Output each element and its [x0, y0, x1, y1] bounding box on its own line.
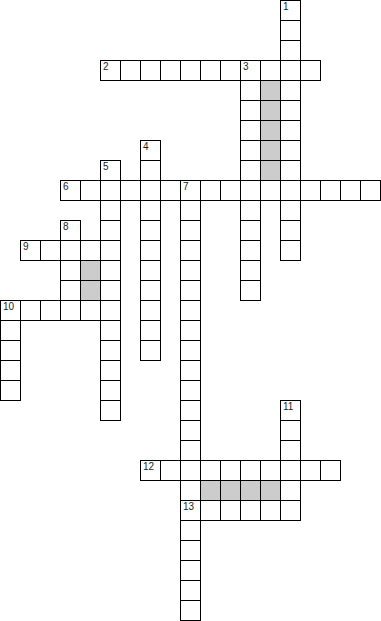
crossword-cell[interactable] — [280, 200, 301, 221]
crossword-cell[interactable] — [100, 180, 121, 201]
crossword-cell-highlighted[interactable] — [200, 480, 221, 501]
crossword-cell-highlighted[interactable] — [260, 120, 281, 141]
crossword-cell[interactable] — [180, 320, 201, 341]
crossword-cell[interactable] — [360, 180, 381, 201]
crossword-cell[interactable]: 7 — [180, 180, 201, 201]
crossword-cell[interactable] — [160, 180, 181, 201]
crossword-cell[interactable] — [120, 60, 141, 81]
crossword-cell[interactable] — [280, 460, 301, 481]
clue-number: 3 — [243, 61, 249, 72]
crossword-cell[interactable]: 3 — [240, 60, 261, 81]
crossword-cell[interactable] — [240, 160, 261, 181]
crossword-cell[interactable] — [100, 360, 121, 381]
crossword-cell[interactable]: 5 — [100, 160, 121, 181]
crossword-cell[interactable] — [60, 260, 81, 281]
crossword-cell[interactable] — [240, 200, 261, 221]
crossword-cell-highlighted[interactable] — [80, 280, 101, 301]
crossword-cell[interactable] — [240, 460, 261, 481]
clue-number: 1 — [283, 1, 289, 12]
crossword-cell[interactable] — [220, 60, 241, 81]
crossword-cell[interactable] — [340, 180, 361, 201]
crossword-cell[interactable] — [240, 120, 261, 141]
crossword-cell[interactable] — [20, 300, 41, 321]
crossword-cell[interactable] — [80, 300, 101, 321]
crossword-cell[interactable]: 10 — [0, 300, 21, 321]
crossword-cell[interactable] — [120, 180, 141, 201]
crossword-cell[interactable] — [240, 220, 261, 241]
crossword-cell[interactable] — [280, 480, 301, 501]
crossword-cell[interactable] — [240, 180, 261, 201]
clue-number: 11 — [283, 401, 293, 412]
crossword-cell[interactable] — [240, 280, 261, 301]
crossword-board: 12345678910111213 — [0, 0, 381, 621]
crossword-cell[interactable] — [200, 60, 221, 81]
crossword-cell[interactable] — [240, 80, 261, 101]
crossword-cell[interactable] — [280, 120, 301, 141]
crossword-cell[interactable] — [180, 360, 201, 381]
crossword-cell[interactable] — [140, 340, 161, 361]
crossword-cell[interactable] — [140, 300, 161, 321]
crossword-cell[interactable] — [60, 280, 81, 301]
crossword-cell[interactable] — [160, 60, 181, 81]
crossword-cell[interactable] — [320, 180, 341, 201]
crossword-cell[interactable] — [260, 180, 281, 201]
crossword-cell-highlighted[interactable] — [260, 480, 281, 501]
crossword-cell[interactable] — [0, 360, 21, 381]
crossword-cell[interactable] — [140, 260, 161, 281]
crossword-cell[interactable] — [140, 200, 161, 221]
crossword-cell[interactable] — [260, 460, 281, 481]
crossword-cell-highlighted[interactable] — [260, 80, 281, 101]
crossword-cell[interactable] — [180, 440, 201, 461]
crossword-cell[interactable] — [300, 460, 321, 481]
crossword-cell[interactable] — [280, 40, 301, 61]
crossword-cell[interactable] — [0, 320, 21, 341]
crossword-cell[interactable] — [260, 60, 281, 81]
crossword-cell[interactable]: 8 — [60, 220, 81, 241]
crossword-cell[interactable] — [220, 460, 241, 481]
crossword-cell-highlighted[interactable] — [260, 140, 281, 161]
crossword-cell[interactable] — [320, 460, 341, 481]
crossword-cell[interactable] — [180, 460, 201, 481]
crossword-cell[interactable] — [100, 340, 121, 361]
crossword-cell-highlighted[interactable] — [220, 480, 241, 501]
crossword-cell[interactable] — [80, 180, 101, 201]
crossword-cell[interactable]: 11 — [280, 400, 301, 421]
crossword-cell[interactable] — [100, 200, 121, 221]
crossword-cell[interactable] — [180, 220, 201, 241]
crossword-cell[interactable] — [280, 220, 301, 241]
crossword-cell[interactable] — [180, 480, 201, 501]
clue-number: 10 — [3, 301, 14, 312]
crossword-cell[interactable] — [40, 300, 61, 321]
crossword-cell[interactable] — [280, 440, 301, 461]
crossword-cell[interactable] — [280, 60, 301, 81]
crossword-cell[interactable] — [180, 340, 201, 361]
crossword-cell[interactable] — [140, 320, 161, 341]
crossword-cell[interactable] — [100, 260, 121, 281]
crossword-cell[interactable]: 12 — [140, 460, 161, 481]
crossword-cell[interactable] — [200, 180, 221, 201]
crossword-cell[interactable] — [100, 240, 121, 261]
crossword-cell[interactable]: 4 — [140, 140, 161, 161]
crossword-cell[interactable] — [100, 320, 121, 341]
clue-number: 8 — [63, 221, 69, 232]
crossword-cell[interactable] — [180, 380, 201, 401]
crossword-cell[interactable] — [80, 240, 101, 261]
crossword-cell-highlighted[interactable] — [80, 260, 101, 281]
crossword-cell[interactable] — [100, 380, 121, 401]
clue-number: 9 — [23, 241, 29, 252]
clue-number: 5 — [103, 161, 109, 172]
crossword-cell[interactable] — [180, 300, 201, 321]
crossword-cell[interactable] — [240, 100, 261, 121]
crossword-cell[interactable]: 6 — [60, 180, 81, 201]
crossword-cell-highlighted[interactable] — [240, 480, 261, 501]
crossword-cell[interactable] — [280, 160, 301, 181]
crossword-cell[interactable] — [280, 20, 301, 41]
crossword-cell[interactable]: 13 — [180, 500, 201, 521]
crossword-cell[interactable] — [220, 180, 241, 201]
crossword-cell[interactable] — [180, 260, 201, 281]
crossword-cell[interactable]: 9 — [20, 240, 41, 261]
crossword-cell[interactable] — [180, 520, 201, 541]
crossword-cell[interactable] — [200, 460, 221, 481]
crossword-cell[interactable] — [180, 560, 201, 581]
crossword-cell[interactable]: 2 — [100, 60, 121, 81]
crossword-cell[interactable] — [60, 300, 81, 321]
crossword-cell-highlighted[interactable] — [260, 160, 281, 181]
clue-number: 13 — [183, 501, 194, 512]
crossword-cell[interactable] — [100, 400, 121, 421]
clue-number: 2 — [103, 61, 109, 72]
crossword-cell[interactable] — [280, 240, 301, 261]
crossword-cell[interactable] — [280, 500, 301, 521]
crossword-cell[interactable] — [40, 240, 61, 261]
crossword-puzzle-page: 12345678910111213 — [0, 0, 381, 621]
crossword-cell[interactable] — [180, 600, 201, 621]
crossword-cell[interactable] — [240, 260, 261, 281]
crossword-cell[interactable] — [280, 80, 301, 101]
crossword-cell[interactable] — [180, 200, 201, 221]
crossword-cell[interactable] — [140, 60, 161, 81]
crossword-cell[interactable] — [140, 220, 161, 241]
crossword-cell[interactable] — [140, 160, 161, 181]
crossword-cell[interactable] — [180, 580, 201, 601]
clue-number: 6 — [63, 181, 69, 192]
crossword-cell[interactable] — [280, 420, 301, 441]
clue-number: 12 — [143, 461, 154, 472]
crossword-cell[interactable] — [140, 240, 161, 261]
crossword-cell[interactable] — [280, 100, 301, 121]
crossword-cell[interactable] — [100, 220, 121, 241]
clue-number: 4 — [143, 141, 149, 152]
crossword-cell[interactable] — [280, 140, 301, 161]
crossword-cell[interactable] — [100, 280, 121, 301]
crossword-cell[interactable] — [180, 540, 201, 561]
crossword-cell[interactable] — [180, 400, 201, 421]
crossword-cell-highlighted[interactable] — [260, 100, 281, 121]
crossword-cell[interactable] — [140, 280, 161, 301]
crossword-cell[interactable] — [300, 60, 321, 81]
crossword-cell[interactable] — [240, 140, 261, 161]
crossword-cell[interactable] — [140, 180, 161, 201]
crossword-cell[interactable] — [220, 500, 241, 521]
crossword-cell[interactable] — [0, 380, 21, 401]
crossword-cell[interactable]: 1 — [280, 0, 301, 21]
crossword-cell[interactable] — [180, 60, 201, 81]
clue-number: 7 — [183, 181, 189, 192]
crossword-cell[interactable] — [180, 240, 201, 261]
crossword-cell[interactable] — [260, 500, 281, 521]
crossword-cell[interactable] — [240, 240, 261, 261]
crossword-cell[interactable] — [180, 420, 201, 441]
crossword-cell[interactable] — [280, 180, 301, 201]
crossword-cell[interactable] — [100, 300, 121, 321]
crossword-cell[interactable] — [200, 500, 221, 521]
crossword-cell[interactable] — [180, 280, 201, 301]
crossword-cell[interactable] — [0, 340, 21, 361]
crossword-cell[interactable] — [300, 180, 321, 201]
crossword-cell[interactable] — [160, 460, 181, 481]
crossword-cell[interactable] — [240, 500, 261, 521]
crossword-cell[interactable] — [60, 240, 81, 261]
